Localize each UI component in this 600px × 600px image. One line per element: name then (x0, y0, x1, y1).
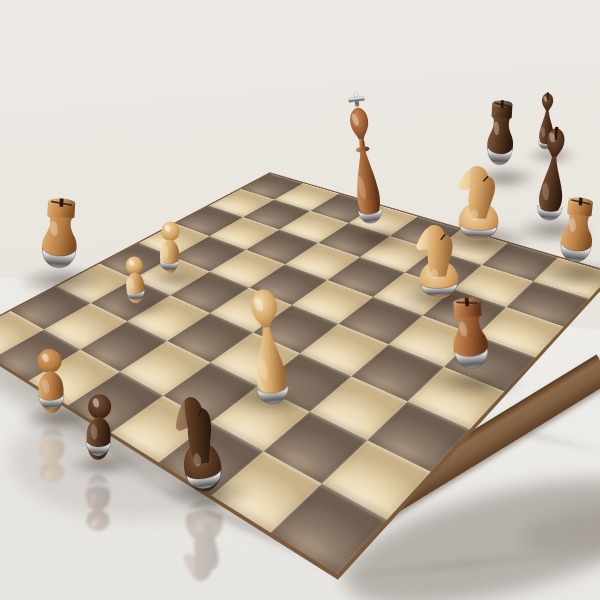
piece-light-pawn-b7[interactable] (115, 249, 154, 309)
piece-light-rook-h4[interactable] (545, 192, 600, 279)
piece-reflection (27, 422, 77, 490)
piece-reflection (172, 497, 234, 592)
piece-light-knight-e5[interactable] (403, 214, 470, 302)
scene-photo (0, 0, 600, 600)
piece-dark-pawn-off[interactable] (74, 384, 125, 468)
piece-light-pawn-c7[interactable] (150, 213, 190, 280)
piece-light-rook-a8[interactable] (26, 194, 93, 285)
piece-dark-rook-f3[interactable] (435, 293, 505, 388)
piece-light-queen-b5[interactable] (229, 279, 307, 403)
piece-light-pawn-off[interactable] (23, 339, 77, 422)
piece-reflection (74, 469, 122, 539)
